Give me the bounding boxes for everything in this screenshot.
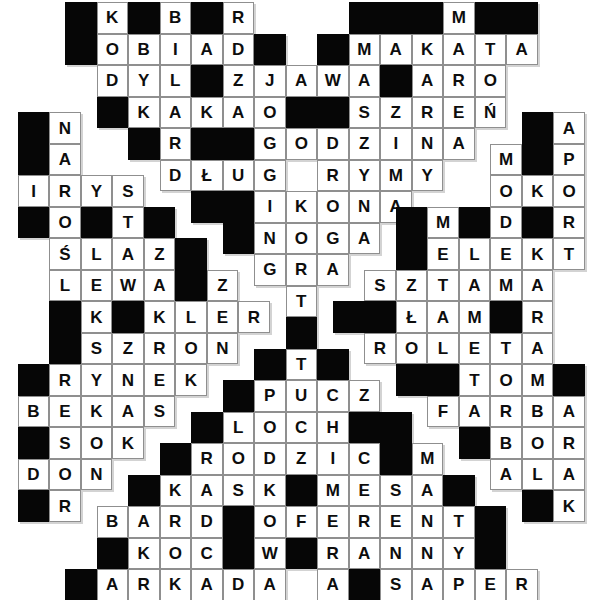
letter-cell-22-2[interactable]: M [349, 34, 381, 66]
letter-cell-1-29[interactable]: D [18, 459, 50, 491]
letter-cell-25-17[interactable]: Z [396, 270, 428, 302]
letter-cell-10-36[interactable]: K [160, 569, 192, 600]
letter-cell-20-12[interactable]: O [317, 191, 349, 223]
letter-cell-29-17[interactable]: A [459, 270, 491, 302]
black-cell-18-34 [286, 538, 318, 570]
black-cell-24-26 [380, 412, 412, 444]
letter-cell-18-22[interactable]: T [286, 349, 318, 381]
letter-cell-3-23[interactable]: R [49, 364, 81, 396]
letter-cell-22-24[interactable]: Z [349, 380, 381, 412]
letter-cell-26-34[interactable]: N [412, 538, 444, 570]
letter-cell-33-23[interactable]: M [522, 364, 554, 396]
black-cell-18-20 [286, 317, 318, 349]
letter-cell-16-6[interactable]: O [254, 97, 286, 129]
black-cell-11-15 [175, 238, 207, 270]
letter-cell-22-8[interactable]: Z [349, 128, 381, 160]
letter-cell-29-15[interactable]: L [459, 238, 491, 270]
letter-cell-31-27[interactable]: B [490, 427, 522, 459]
black-cell-14-12 [223, 191, 255, 223]
letter-cell-16-14[interactable]: N [254, 223, 286, 255]
letter-cell-16-30[interactable]: K [254, 475, 286, 507]
black-cell-5-13 [81, 207, 113, 239]
black-cell-25-13 [396, 207, 428, 239]
letter-cell-16-12[interactable]: I [254, 191, 286, 223]
black-cell-11-17 [175, 270, 207, 302]
black-cell-27-23 [427, 364, 459, 396]
letter-cell-35-7[interactable]: A [553, 112, 585, 144]
letter-cell-15-19[interactable]: R [238, 301, 270, 333]
letter-cell-35-27[interactable]: R [553, 427, 585, 459]
black-cell-29-27 [459, 427, 491, 459]
black-cell-12-4 [191, 65, 223, 97]
letter-cell-26-30[interactable]: A [412, 475, 444, 507]
letter-cell-16-24[interactable]: P [254, 380, 286, 412]
black-cell-33-9 [522, 144, 554, 176]
letter-cell-10-0[interactable]: B [160, 2, 192, 34]
letter-cell-12-2[interactable]: A [191, 34, 223, 66]
letter-cell-13-17[interactable]: Z [207, 270, 239, 302]
letter-cell-29-19[interactable]: M [459, 301, 491, 333]
black-cell-20-6 [317, 97, 349, 129]
letter-cell-7-11[interactable]: S [112, 175, 144, 207]
letter-cell-9-15[interactable]: Z [144, 238, 176, 270]
letter-cell-31-23[interactable]: O [490, 364, 522, 396]
letter-cell-22-28[interactable]: C [349, 443, 381, 475]
letter-cell-18-16[interactable]: R [286, 254, 318, 286]
letter-cell-20-28[interactable]: I [317, 443, 349, 475]
letter-cell-14-10[interactable]: U [223, 160, 255, 192]
black-cell-29-13 [459, 207, 491, 239]
letter-cell-33-15[interactable]: K [522, 238, 554, 270]
letter-cell-29-25[interactable]: A [459, 396, 491, 428]
letter-cell-33-27[interactable]: O [522, 427, 554, 459]
letter-cell-30-4[interactable]: O [475, 65, 507, 97]
letter-cell-18-12[interactable]: K [286, 191, 318, 223]
letter-cell-33-25[interactable]: B [522, 396, 554, 428]
letter-cell-20-24[interactable]: C [317, 380, 349, 412]
letter-cell-16-4[interactable]: J [254, 65, 286, 97]
letter-cell-28-32[interactable]: T [443, 506, 475, 538]
letter-cell-26-32[interactable]: N [412, 506, 444, 538]
black-cell-8-8 [128, 128, 160, 160]
letter-cell-16-8[interactable]: G [254, 128, 286, 160]
letter-cell-26-36[interactable]: A [412, 569, 444, 600]
letter-cell-3-11[interactable]: R [49, 175, 81, 207]
letter-cell-18-18[interactable]: T [286, 286, 318, 318]
letter-cell-3-7[interactable]: N [49, 112, 81, 144]
letter-cell-26-8[interactable]: N [412, 128, 444, 160]
letter-cell-12-6[interactable]: K [191, 97, 223, 129]
letter-cell-22-4[interactable]: A [349, 65, 381, 97]
black-cell-30-34 [475, 538, 507, 570]
letter-cell-12-32[interactable]: D [191, 506, 223, 538]
letter-cell-5-29[interactable]: N [81, 459, 113, 491]
letter-cell-35-25[interactable]: A [553, 396, 585, 428]
black-cell-1-13 [18, 207, 50, 239]
letter-cell-24-2[interactable]: A [380, 34, 412, 66]
letter-cell-24-36[interactable]: S [380, 569, 412, 600]
black-cell-3-19 [49, 301, 81, 333]
letter-cell-20-10[interactable]: R [317, 160, 349, 192]
letter-cell-5-21[interactable]: S [81, 333, 113, 365]
black-cell-16-2 [254, 34, 286, 66]
black-cell-6-34 [97, 538, 129, 570]
letter-cell-10-10[interactable]: D [160, 160, 192, 192]
black-cell-12-8 [191, 128, 223, 160]
letter-cell-18-32[interactable]: F [286, 506, 318, 538]
letter-cell-31-29[interactable]: A [490, 459, 522, 491]
letter-cell-3-31[interactable]: R [49, 490, 81, 522]
letter-cell-6-36[interactable]: A [97, 569, 129, 600]
letter-cell-7-15[interactable]: A [112, 238, 144, 270]
letter-cell-3-29[interactable]: O [49, 459, 81, 491]
letter-cell-5-27[interactable]: O [81, 427, 113, 459]
letter-cell-22-10[interactable]: Y [349, 160, 381, 192]
letter-cell-20-30[interactable]: M [317, 475, 349, 507]
black-cell-16-22 [254, 349, 286, 381]
letter-cell-5-15[interactable]: L [81, 238, 113, 270]
letter-cell-30-6[interactable]: Ń [475, 97, 507, 129]
letter-cell-24-30[interactable]: S [380, 475, 412, 507]
black-cell-20-22 [317, 349, 349, 381]
letter-cell-18-8[interactable]: O [286, 128, 318, 160]
letter-cell-10-34[interactable]: O [160, 538, 192, 570]
black-cell-6-6 [97, 97, 129, 129]
letter-cell-27-17[interactable]: T [427, 270, 459, 302]
letter-cell-3-25[interactable]: E [49, 396, 81, 428]
letter-cell-22-34[interactable]: A [349, 538, 381, 570]
letter-cell-31-17[interactable]: M [490, 270, 522, 302]
black-cell-33-13 [522, 207, 554, 239]
black-cell-18-30 [286, 475, 318, 507]
letter-cell-8-36[interactable]: R [128, 569, 160, 600]
letter-cell-22-30[interactable]: E [349, 475, 381, 507]
letter-cell-5-19[interactable]: K [81, 301, 113, 333]
black-cell-1-27 [18, 427, 50, 459]
letter-cell-24-6[interactable]: Z [380, 97, 412, 129]
letter-cell-14-6[interactable]: A [223, 97, 255, 129]
letter-cell-27-21[interactable]: L [427, 333, 459, 365]
black-cell-9-13 [144, 207, 176, 239]
letter-cell-16-32[interactable]: O [254, 506, 286, 538]
letter-cell-20-26[interactable]: H [317, 412, 349, 444]
letter-cell-7-17[interactable]: W [112, 270, 144, 302]
letter-cell-24-8[interactable]: I [380, 128, 412, 160]
letter-cell-7-23[interactable]: N [112, 364, 144, 396]
letter-cell-13-19[interactable]: E [207, 301, 239, 333]
black-cell-22-26 [349, 412, 381, 444]
black-cell-21-19 [333, 301, 365, 333]
letter-cell-28-4[interactable]: R [443, 65, 475, 97]
letter-cell-23-21[interactable]: R [364, 333, 396, 365]
letter-cell-24-34[interactable]: N [380, 538, 412, 570]
letter-cell-11-23[interactable]: K [175, 364, 207, 396]
black-cell-12-0 [191, 2, 223, 34]
letter-cell-28-8[interactable]: A [443, 128, 475, 160]
letter-cell-14-0[interactable]: R [223, 2, 255, 34]
black-cell-24-4 [380, 65, 412, 97]
letter-cell-12-34[interactable]: C [191, 538, 223, 570]
letter-cell-33-19[interactable]: R [522, 301, 554, 333]
letter-cell-27-15[interactable]: E [427, 238, 459, 270]
letter-cell-28-6[interactable]: E [443, 97, 475, 129]
letter-cell-6-4[interactable]: D [97, 65, 129, 97]
letter-cell-10-30[interactable]: K [160, 475, 192, 507]
letter-cell-35-13[interactable]: R [553, 207, 585, 239]
letter-cell-29-23[interactable]: T [459, 364, 491, 396]
letter-cell-7-25[interactable]: A [112, 396, 144, 428]
letter-cell-6-2[interactable]: O [97, 34, 129, 66]
letter-cell-31-11[interactable]: O [490, 175, 522, 207]
letter-cell-27-19[interactable]: A [427, 301, 459, 333]
letter-cell-9-25[interactable]: S [144, 396, 176, 428]
letter-cell-8-4[interactable]: Y [128, 65, 160, 97]
letter-cell-14-30[interactable]: S [223, 475, 255, 507]
black-cell-8-0 [128, 2, 160, 34]
letter-cell-8-6[interactable]: K [128, 97, 160, 129]
letter-cell-10-6[interactable]: A [160, 97, 192, 129]
letter-cell-26-6[interactable]: R [412, 97, 444, 129]
letter-cell-14-26[interactable]: L [223, 412, 255, 444]
letter-cell-7-21[interactable]: Z [112, 333, 144, 365]
letter-cell-33-21[interactable]: A [522, 333, 554, 365]
letter-cell-29-21[interactable]: E [459, 333, 491, 365]
letter-cell-31-25[interactable]: R [490, 396, 522, 428]
letter-cell-8-32[interactable]: A [128, 506, 160, 538]
letter-cell-20-16[interactable]: A [317, 254, 349, 286]
letter-cell-32-2[interactable]: A [506, 34, 538, 66]
letter-cell-20-34[interactable]: R [317, 538, 349, 570]
letter-cell-28-0[interactable]: M [443, 2, 475, 34]
letter-cell-28-36[interactable]: P [443, 569, 475, 600]
letter-cell-3-17[interactable]: L [49, 270, 81, 302]
letter-cell-35-29[interactable]: A [553, 459, 585, 491]
letter-cell-11-19[interactable]: L [175, 301, 207, 333]
letter-cell-20-8[interactable]: D [317, 128, 349, 160]
letter-cell-6-32[interactable]: B [97, 506, 129, 538]
black-cell-8-30 [128, 475, 160, 507]
letter-cell-16-16[interactable]: G [254, 254, 286, 286]
letter-cell-27-25[interactable]: F [427, 396, 459, 428]
letter-cell-35-15[interactable]: T [553, 238, 585, 270]
letter-cell-12-28[interactable]: R [191, 443, 223, 475]
letter-cell-14-2[interactable]: D [223, 34, 255, 66]
letter-cell-33-17[interactable]: A [522, 270, 554, 302]
letter-cell-20-36[interactable]: A [317, 569, 349, 600]
letter-cell-16-36[interactable]: A [254, 569, 286, 600]
letter-cell-31-15[interactable]: E [490, 238, 522, 270]
black-cell-4-0 [65, 2, 97, 34]
black-cell-31-19 [490, 301, 522, 333]
letter-cell-35-31[interactable]: K [553, 490, 585, 522]
letter-cell-26-28[interactable]: M [412, 443, 444, 475]
letter-cell-9-17[interactable]: A [144, 270, 176, 302]
letter-cell-25-21[interactable]: O [396, 333, 428, 365]
black-cell-14-14 [223, 223, 255, 255]
black-cell-14-24 [223, 380, 255, 412]
letter-cell-24-32[interactable]: E [380, 506, 412, 538]
letter-cell-22-14[interactable]: A [349, 223, 381, 255]
black-cell-25-23 [396, 364, 428, 396]
letter-cell-14-36[interactable]: D [223, 569, 255, 600]
letter-cell-16-26[interactable]: O [254, 412, 286, 444]
letter-cell-18-4[interactable]: A [286, 65, 318, 97]
black-cell-1-23 [18, 364, 50, 396]
black-cell-1-9 [18, 144, 50, 176]
letter-cell-18-26[interactable]: C [286, 412, 318, 444]
letter-cell-10-32[interactable]: R [160, 506, 192, 538]
letter-cell-3-13[interactable]: O [49, 207, 81, 239]
letter-cell-5-11[interactable]: Y [81, 175, 113, 207]
black-cell-23-19 [364, 301, 396, 333]
letter-cell-20-4[interactable]: W [317, 65, 349, 97]
black-cell-33-7 [522, 112, 554, 144]
letter-cell-11-21[interactable]: O [175, 333, 207, 365]
letter-cell-9-21[interactable]: R [144, 333, 176, 365]
letter-cell-7-13[interactable]: T [112, 207, 144, 239]
letter-cell-1-25[interactable]: B [18, 396, 50, 428]
letter-cell-16-28[interactable]: D [254, 443, 286, 475]
crossword-board: KBRMOBIADMAKATADYLZJAWAAROKAKAOSZREŃNARG… [0, 0, 600, 600]
black-cell-14-8 [223, 128, 255, 160]
letter-cell-5-25[interactable]: K [81, 396, 113, 428]
letter-cell-22-12[interactable]: N [349, 191, 381, 223]
black-cell-1-7 [18, 112, 50, 144]
black-cell-14-32 [223, 506, 255, 538]
letter-cell-10-4[interactable]: L [160, 65, 192, 97]
black-cell-14-34 [223, 538, 255, 570]
letter-cell-27-13[interactable]: M [427, 207, 459, 239]
letter-cell-9-23[interactable]: E [144, 364, 176, 396]
letter-cell-18-14[interactable]: O [286, 223, 318, 255]
letter-cell-30-36[interactable]: E [475, 569, 507, 600]
letter-cell-6-0[interactable]: K [97, 2, 129, 34]
black-cell-18-6 [286, 97, 318, 129]
letter-cell-14-4[interactable]: Z [223, 65, 255, 97]
letter-cell-26-4[interactable]: A [412, 65, 444, 97]
letter-cell-16-10[interactable]: G [254, 160, 286, 192]
black-cell-26-0 [412, 2, 444, 34]
letter-cell-35-11[interactable]: O [553, 175, 585, 207]
letter-cell-28-2[interactable]: A [443, 34, 475, 66]
letter-cell-1-11[interactable]: I [18, 175, 50, 207]
letter-cell-12-36[interactable]: A [191, 569, 223, 600]
letter-cell-26-10[interactable]: Y [412, 160, 444, 192]
letter-cell-28-34[interactable]: Y [443, 538, 475, 570]
letter-cell-8-2[interactable]: B [128, 34, 160, 66]
letter-cell-31-13[interactable]: D [490, 207, 522, 239]
black-cell-7-19 [112, 301, 144, 333]
letter-cell-16-34[interactable]: W [254, 538, 286, 570]
letter-cell-25-19[interactable]: Ł [396, 301, 428, 333]
letter-cell-3-27[interactable]: S [49, 427, 81, 459]
black-cell-4-36 [65, 569, 97, 600]
letter-cell-13-21[interactable]: N [207, 333, 239, 365]
black-cell-24-0 [380, 2, 412, 34]
black-cell-20-2 [317, 34, 349, 66]
letter-cell-20-14[interactable]: G [317, 223, 349, 255]
black-cell-10-28 [160, 443, 192, 475]
letter-cell-12-30[interactable]: A [191, 475, 223, 507]
letter-cell-9-19[interactable]: K [144, 301, 176, 333]
letter-cell-10-8[interactable]: R [160, 128, 192, 160]
black-cell-12-26 [191, 412, 223, 444]
black-cell-25-15 [396, 238, 428, 270]
black-cell-30-0 [475, 2, 507, 34]
black-cell-32-0 [506, 2, 538, 34]
black-cell-33-31 [522, 490, 554, 522]
letter-cell-18-28[interactable]: Z [286, 443, 318, 475]
black-cell-12-12 [191, 191, 223, 223]
black-cell-35-23 [553, 364, 585, 396]
letter-cell-5-17[interactable]: E [81, 270, 113, 302]
letter-cell-33-11[interactable]: K [522, 175, 554, 207]
letter-cell-18-24[interactable]: U [286, 380, 318, 412]
letter-cell-12-10[interactable]: Ł [191, 160, 223, 192]
letter-cell-23-17[interactable]: S [364, 270, 396, 302]
letter-cell-31-21[interactable]: T [490, 333, 522, 365]
letter-cell-35-9[interactable]: P [553, 144, 585, 176]
black-cell-28-30 [443, 475, 475, 507]
letter-cell-3-15[interactable]: Ś [49, 238, 81, 270]
letter-cell-5-23[interactable]: Y [81, 364, 113, 396]
letter-cell-24-10[interactable]: M [380, 160, 412, 192]
letter-cell-14-28[interactable]: O [223, 443, 255, 475]
letter-cell-22-32[interactable]: R [349, 506, 381, 538]
letter-cell-7-27[interactable]: K [112, 427, 144, 459]
letter-cell-20-32[interactable]: E [317, 506, 349, 538]
letter-cell-30-2[interactable]: T [475, 34, 507, 66]
black-cell-22-36 [349, 569, 381, 600]
letter-cell-3-9[interactable]: A [49, 144, 81, 176]
letter-cell-32-36[interactable]: R [506, 569, 538, 600]
black-cell-30-32 [475, 506, 507, 538]
letter-cell-10-2[interactable]: I [160, 34, 192, 66]
black-cell-24-28 [380, 443, 412, 475]
black-cell-1-31 [18, 490, 50, 522]
letter-cell-33-29[interactable]: L [522, 459, 554, 491]
black-cell-22-0 [349, 2, 381, 34]
black-cell-4-2 [65, 34, 97, 66]
letter-cell-8-34[interactable]: K [128, 538, 160, 570]
letter-cell-31-9[interactable]: M [490, 144, 522, 176]
letter-cell-22-6[interactable]: S [349, 97, 381, 129]
black-cell-3-21 [49, 333, 81, 365]
letter-cell-26-2[interactable]: K [412, 34, 444, 66]
